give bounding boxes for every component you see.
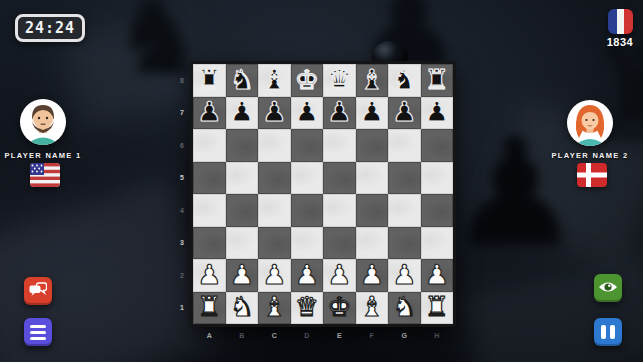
piece-black-king: ♚ (295, 66, 319, 93)
eye-icon (598, 280, 618, 297)
chat-bubbles-icon (29, 282, 47, 301)
piece-black-pawn: ♟ (425, 98, 449, 125)
square-g3[interactable] (388, 227, 421, 260)
square-e8[interactable]: ♛ (323, 64, 356, 97)
square-e6[interactable] (323, 129, 356, 162)
piece-white-knight: ♞ (392, 293, 416, 320)
hamburger-menu-icon (30, 325, 46, 340)
square-c1[interactable]: ♝ (258, 292, 291, 325)
player2-avatar (567, 100, 613, 146)
square-f5[interactable] (356, 162, 389, 195)
rank-label-8: 8 (177, 64, 187, 97)
piece-black-pawn: ♟ (327, 98, 351, 125)
piece-white-pawn: ♟ (360, 261, 384, 288)
file-label-b: B (226, 330, 259, 340)
square-b5[interactable] (226, 162, 259, 195)
game-clock: 24:24 (15, 14, 85, 42)
square-g5[interactable] (388, 162, 421, 195)
piece-black-pawn: ♟ (262, 98, 286, 125)
square-a4[interactable] (193, 194, 226, 227)
square-c3[interactable] (258, 227, 291, 260)
background-blurred-pawn-icon: ♟ (448, 118, 582, 268)
file-label-a: A (193, 330, 226, 340)
piece-white-pawn: ♟ (230, 261, 254, 288)
player2-name: PLAYER NAME 2 (535, 151, 643, 160)
square-c7[interactable]: ♟ (258, 97, 291, 130)
piece-white-rook: ♜ (197, 293, 221, 320)
square-d8[interactable]: ♚ (291, 64, 324, 97)
file-label-c: C (258, 330, 291, 340)
piece-white-bishop: ♝ (262, 293, 286, 320)
rank-label-5: 5 (177, 162, 187, 195)
piece-black-bishop: ♝ (360, 66, 384, 93)
piece-white-pawn: ♟ (327, 261, 351, 288)
rank-label-3: 3 (177, 227, 187, 260)
game-clock-time: 24:24 (25, 19, 75, 37)
square-d2[interactable]: ♟ (291, 259, 324, 292)
square-b1[interactable]: ♞ (226, 292, 259, 325)
square-g7[interactable]: ♟ (388, 97, 421, 130)
piece-white-pawn: ♟ (197, 261, 221, 288)
square-h2[interactable]: ♟ (421, 259, 454, 292)
piece-white-pawn: ♟ (425, 261, 449, 288)
rank-label-2: 2 (177, 259, 187, 292)
file-label-g: G (388, 330, 421, 340)
piece-white-rook: ♜ (425, 293, 449, 320)
square-e4[interactable] (323, 194, 356, 227)
rank-label-4: 4 (177, 194, 187, 227)
square-f4[interactable] (356, 194, 389, 227)
piece-black-pawn: ♟ (197, 98, 221, 125)
game-screen: ♟ ♟ ♜ ♞ 24:24 1834 (0, 0, 643, 362)
square-h5[interactable] (421, 162, 454, 195)
square-d4[interactable] (291, 194, 324, 227)
player1-avatar (20, 99, 66, 145)
piece-black-pawn: ♟ (360, 98, 384, 125)
square-f7[interactable]: ♟ (356, 97, 389, 130)
square-a1[interactable]: ♜ (193, 292, 226, 325)
square-g2[interactable]: ♟ (388, 259, 421, 292)
piece-black-pawn: ♟ (230, 98, 254, 125)
square-d5[interactable] (291, 162, 324, 195)
piece-white-pawn: ♟ (262, 261, 286, 288)
piece-black-knight: ♞ (230, 66, 254, 93)
square-g6[interactable] (388, 129, 421, 162)
denmark-flag-icon (577, 163, 607, 187)
rank-label-6: 6 (177, 129, 187, 162)
piece-white-pawn: ♟ (392, 261, 416, 288)
square-h4[interactable] (421, 194, 454, 227)
square-d6[interactable] (291, 129, 324, 162)
square-b2[interactable]: ♟ (226, 259, 259, 292)
square-h8[interactable]: ♜ (421, 64, 454, 97)
square-d1[interactable]: ♛ (291, 292, 324, 325)
file-label-e: E (323, 330, 356, 340)
chess-board-frame: ♜♞♝♚♛♝♞♜♟♟♟♟♟♟♟♟♟♟♟♟♟♟♟♟♜♞♝♛♚♝♞♜ (190, 61, 456, 327)
square-a5[interactable] (193, 162, 226, 195)
pause-icon (601, 325, 615, 339)
square-a3[interactable] (193, 227, 226, 260)
square-f6[interactable] (356, 129, 389, 162)
square-c8[interactable]: ♝ (258, 64, 291, 97)
piece-white-pawn: ♟ (295, 261, 319, 288)
square-g8[interactable]: ♞ (388, 64, 421, 97)
square-b6[interactable] (226, 129, 259, 162)
square-e7[interactable]: ♟ (323, 97, 356, 130)
france-flag-icon (608, 9, 633, 34)
chess-board: ♜♞♝♚♛♝♞♜♟♟♟♟♟♟♟♟♟♟♟♟♟♟♟♟♜♞♝♛♚♝♞♜ (193, 64, 453, 324)
square-h3[interactable] (421, 227, 454, 260)
player1-name: PLAYER NAME 1 (0, 151, 98, 160)
square-a6[interactable] (193, 129, 226, 162)
square-e1[interactable]: ♚ (323, 292, 356, 325)
spectators-button[interactable] (594, 274, 622, 302)
piece-black-rook: ♜ (425, 66, 449, 93)
piece-black-pawn: ♟ (295, 98, 319, 125)
square-a8[interactable]: ♜ (193, 64, 226, 97)
piece-black-pawn: ♟ (392, 98, 416, 125)
piece-black-bishop: ♝ (262, 66, 286, 93)
pause-button[interactable] (594, 318, 622, 346)
file-labels: ABCDEFGH (193, 330, 453, 340)
piece-black-rook: ♜ (197, 66, 221, 93)
square-a7[interactable]: ♟ (193, 97, 226, 130)
piece-white-bishop: ♝ (360, 293, 384, 320)
square-f2[interactable]: ♟ (356, 259, 389, 292)
piece-white-queen: ♛ (295, 293, 319, 320)
square-c5[interactable] (258, 162, 291, 195)
square-h7[interactable]: ♟ (421, 97, 454, 130)
menu-button[interactable] (24, 318, 52, 346)
square-e2[interactable]: ♟ (323, 259, 356, 292)
square-c2[interactable]: ♟ (258, 259, 291, 292)
rating-value: 1834 (595, 36, 643, 48)
file-label-d: D (291, 330, 324, 340)
square-d3[interactable] (291, 227, 324, 260)
square-b7[interactable]: ♟ (226, 97, 259, 130)
square-f8[interactable]: ♝ (356, 64, 389, 97)
square-b3[interactable] (226, 227, 259, 260)
rank-label-7: 7 (177, 97, 187, 130)
square-d7[interactable]: ♟ (291, 97, 324, 130)
square-g1[interactable]: ♞ (388, 292, 421, 325)
chat-button[interactable] (24, 277, 52, 305)
piece-black-knight: ♞ (392, 66, 416, 93)
square-g4[interactable] (388, 194, 421, 227)
file-label-f: F (356, 330, 389, 340)
file-label-h: H (421, 330, 454, 340)
rank-label-1: 1 (177, 292, 187, 325)
square-e3[interactable] (323, 227, 356, 260)
square-c4[interactable] (258, 194, 291, 227)
square-c6[interactable] (258, 129, 291, 162)
square-f3[interactable] (356, 227, 389, 260)
square-h6[interactable] (421, 129, 454, 162)
rank-labels: 87654321 (177, 64, 187, 324)
square-b4[interactable] (226, 194, 259, 227)
piece-white-knight: ♞ (230, 293, 254, 320)
square-b8[interactable]: ♞ (226, 64, 259, 97)
square-h1[interactable]: ♜ (421, 292, 454, 325)
square-a2[interactable]: ♟ (193, 259, 226, 292)
piece-black-queen: ♛ (327, 66, 351, 93)
piece-white-king: ♚ (327, 293, 351, 320)
square-f1[interactable]: ♝ (356, 292, 389, 325)
united-states-flag-icon (30, 163, 60, 187)
square-e5[interactable] (323, 162, 356, 195)
